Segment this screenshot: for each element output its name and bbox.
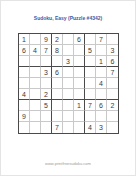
sudoku-grid: 19267647853316367442517629743 [18, 33, 119, 134]
sudoku-cell-r1c2 [30, 34, 41, 45]
sudoku-cell-r7c4 [52, 100, 63, 111]
sudoku-cell-r1c7 [85, 34, 96, 45]
sudoku-cell-r5c3 [41, 78, 52, 89]
sudoku-cell-r8c6 [74, 111, 85, 122]
sudoku-cell-r8c4 [52, 111, 63, 122]
sudoku-cell-r2c4: 8 [52, 45, 63, 56]
sudoku-cell-r5c2 [30, 78, 41, 89]
sudoku-cell-r2c5 [63, 45, 74, 56]
sudoku-cell-r9c9 [107, 122, 118, 133]
sudoku-cell-r5c4 [52, 78, 63, 89]
sudoku-cell-r5c7 [85, 78, 96, 89]
sudoku-cell-r2c6 [74, 45, 85, 56]
sudoku-cell-r3c2 [30, 56, 41, 67]
sudoku-cell-r2c2: 4 [30, 45, 41, 56]
sudoku-cell-r2c1: 6 [19, 45, 30, 56]
sudoku-cell-r5c1 [19, 78, 30, 89]
sudoku-cell-r3c8: 1 [96, 56, 107, 67]
sudoku-cell-r8c2 [30, 111, 41, 122]
sudoku-cell-r7c1 [19, 100, 30, 111]
sudoku-cell-r6c9 [107, 89, 118, 100]
sudoku-cell-r5c8: 4 [96, 78, 107, 89]
sudoku-cell-r2c8 [96, 45, 107, 56]
sudoku-cell-r4c6 [74, 67, 85, 78]
sudoku-cell-r9c2 [30, 122, 41, 133]
sudoku-cell-r5c9 [107, 78, 118, 89]
sudoku-cell-r6c5 [63, 89, 74, 100]
sudoku-cell-r9c7: 4 [85, 122, 96, 133]
sudoku-cell-r3c7 [85, 56, 96, 67]
sudoku-cell-r1c6: 6 [74, 34, 85, 45]
sudoku-cell-r9c1 [19, 122, 30, 133]
sudoku-cell-r9c5 [63, 122, 74, 133]
sudoku-cell-r2c3: 7 [41, 45, 52, 56]
sudoku-cell-r5c5 [63, 78, 74, 89]
sudoku-cell-r3c6 [74, 56, 85, 67]
sudoku-cell-r4c3: 3 [41, 67, 52, 78]
sudoku-cell-r7c2 [30, 100, 41, 111]
sudoku-cell-r4c5 [63, 67, 74, 78]
sudoku-cell-r4c4: 6 [52, 67, 63, 78]
sudoku-cell-r2c7: 5 [85, 45, 96, 56]
sudoku-cell-r9c6 [74, 122, 85, 133]
sudoku-cell-r8c8 [96, 111, 107, 122]
sudoku-page: Sudoku, Easy (Puzzle #4342) 192676478533… [0, 0, 136, 176]
sudoku-cell-r2c9: 3 [107, 45, 118, 56]
sudoku-cell-r1c3: 9 [41, 34, 52, 45]
sudoku-cell-r6c1: 4 [19, 89, 30, 100]
sudoku-cell-r8c5 [63, 111, 74, 122]
sudoku-cell-r5c6 [74, 78, 85, 89]
sudoku-cell-r7c7: 7 [85, 100, 96, 111]
sudoku-cell-r8c7 [85, 111, 96, 122]
sudoku-cell-r9c3 [41, 122, 52, 133]
sudoku-cell-r7c3: 5 [41, 100, 52, 111]
sudoku-cell-r1c9 [107, 34, 118, 45]
sudoku-cell-r3c1 [19, 56, 30, 67]
sudoku-cell-r8c1: 9 [19, 111, 30, 122]
sudoku-cell-r1c8: 7 [96, 34, 107, 45]
sudoku-cell-r7c6: 1 [74, 100, 85, 111]
sudoku-cell-r7c5 [63, 100, 74, 111]
sudoku-cell-r6c2 [30, 89, 41, 100]
sudoku-cell-r1c1: 1 [19, 34, 30, 45]
sudoku-cell-r1c5 [63, 34, 74, 45]
sudoku-cell-r3c5: 3 [63, 56, 74, 67]
footer-url: www.printfreesudoku.com [1, 161, 135, 166]
sudoku-cell-r7c8: 6 [96, 100, 107, 111]
sudoku-cell-r4c9: 7 [107, 67, 118, 78]
sudoku-cell-r3c4 [52, 56, 63, 67]
sudoku-cell-r6c8 [96, 89, 107, 100]
sudoku-cell-r4c8 [96, 67, 107, 78]
sudoku-cell-r4c7 [85, 67, 96, 78]
sudoku-cell-r9c4: 7 [52, 122, 63, 133]
sudoku-cell-r4c1 [19, 67, 30, 78]
sudoku-cell-r6c4 [52, 89, 63, 100]
sudoku-cell-r1c4: 2 [52, 34, 63, 45]
sudoku-cell-r6c7 [85, 89, 96, 100]
sudoku-cell-r3c3 [41, 56, 52, 67]
sudoku-cell-r6c6 [74, 89, 85, 100]
sudoku-cell-r4c2 [30, 67, 41, 78]
page-title: Sudoku, Easy (Puzzle #4342) [1, 15, 135, 21]
sudoku-cell-r8c9 [107, 111, 118, 122]
sudoku-cell-r9c8: 3 [96, 122, 107, 133]
sudoku-cell-r6c3: 2 [41, 89, 52, 100]
sudoku-cell-r8c3 [41, 111, 52, 122]
sudoku-cell-r3c9: 6 [107, 56, 118, 67]
sudoku-cell-r7c9: 2 [107, 100, 118, 111]
